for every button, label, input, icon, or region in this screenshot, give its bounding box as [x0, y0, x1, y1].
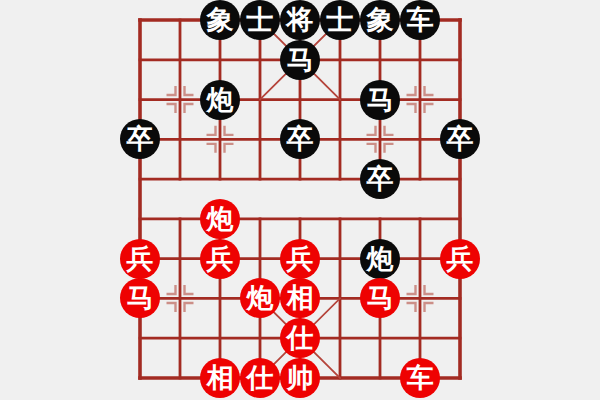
- piece-red-elephant[interactable]: 相: [200, 358, 240, 398]
- piece-red-elephant[interactable]: 相: [280, 278, 320, 318]
- piece-glyph: 兵: [127, 239, 154, 279]
- piece-black-advisor[interactable]: 士: [240, 0, 280, 40]
- piece-glyph: 象: [207, 0, 234, 40]
- piece-glyph: 卒: [367, 159, 394, 199]
- piece-red-horse[interactable]: 马: [120, 278, 160, 318]
- piece-glyph: 车: [407, 0, 434, 40]
- piece-black-advisor[interactable]: 士: [320, 0, 360, 40]
- piece-glyph: 兵: [207, 239, 234, 279]
- piece-red-chariot[interactable]: 车: [400, 358, 440, 398]
- piece-glyph: 卒: [447, 119, 474, 159]
- piece-black-chariot[interactable]: 车: [400, 0, 440, 40]
- piece-black-cannon[interactable]: 炮: [360, 239, 400, 279]
- piece-glyph: 卒: [287, 119, 314, 159]
- piece-red-horse[interactable]: 马: [360, 278, 400, 318]
- piece-glyph: 象: [367, 0, 394, 40]
- piece-red-soldier[interactable]: 兵: [120, 239, 160, 279]
- piece-glyph: 将: [287, 0, 314, 40]
- piece-glyph: 帅: [287, 358, 314, 398]
- piece-black-general[interactable]: 将: [280, 0, 320, 40]
- piece-red-cannon[interactable]: 炮: [240, 278, 280, 318]
- piece-red-general[interactable]: 帅: [280, 358, 320, 398]
- piece-black-soldier[interactable]: 卒: [360, 159, 400, 199]
- piece-glyph: 相: [207, 358, 234, 398]
- piece-black-elephant[interactable]: 象: [360, 0, 400, 40]
- xiangqi-board[interactable]: 象士将士象车马炮马卒卒卒卒炮炮兵兵兵兵马炮相马仕相仕帅车: [140, 20, 460, 378]
- piece-black-elephant[interactable]: 象: [200, 0, 240, 40]
- piece-glyph: 士: [327, 0, 354, 40]
- pieces-layer: 象士将士象车马炮马卒卒卒卒炮炮兵兵兵兵马炮相马仕相仕帅车: [140, 20, 460, 378]
- piece-glyph: 仕: [247, 358, 274, 398]
- piece-red-soldier[interactable]: 兵: [440, 239, 480, 279]
- piece-glyph: 卒: [127, 119, 154, 159]
- piece-red-advisor[interactable]: 仕: [280, 318, 320, 358]
- piece-red-advisor[interactable]: 仕: [240, 358, 280, 398]
- piece-black-soldier[interactable]: 卒: [120, 119, 160, 159]
- piece-red-soldier[interactable]: 兵: [200, 239, 240, 279]
- piece-glyph: 兵: [287, 239, 314, 279]
- piece-glyph: 马: [127, 278, 154, 318]
- piece-glyph: 兵: [447, 239, 474, 279]
- piece-black-horse[interactable]: 马: [280, 40, 320, 80]
- piece-glyph: 马: [367, 278, 394, 318]
- piece-glyph: 马: [287, 40, 314, 80]
- piece-red-cannon[interactable]: 炮: [200, 199, 240, 239]
- piece-black-soldier[interactable]: 卒: [440, 119, 480, 159]
- piece-black-soldier[interactable]: 卒: [280, 119, 320, 159]
- piece-glyph: 马: [367, 80, 394, 120]
- xiangqi-app: 象士将士象车马炮马卒卒卒卒炮炮兵兵兵兵马炮相马仕相仕帅车: [0, 0, 600, 400]
- piece-glyph: 车: [407, 358, 434, 398]
- piece-red-soldier[interactable]: 兵: [280, 239, 320, 279]
- piece-black-cannon[interactable]: 炮: [200, 80, 240, 120]
- piece-glyph: 仕: [287, 318, 314, 358]
- piece-glyph: 炮: [247, 278, 274, 318]
- piece-glyph: 炮: [367, 239, 394, 279]
- piece-glyph: 炮: [207, 80, 234, 120]
- piece-glyph: 炮: [207, 199, 234, 239]
- piece-black-horse[interactable]: 马: [360, 80, 400, 120]
- piece-glyph: 相: [287, 278, 314, 318]
- piece-glyph: 士: [247, 0, 274, 40]
